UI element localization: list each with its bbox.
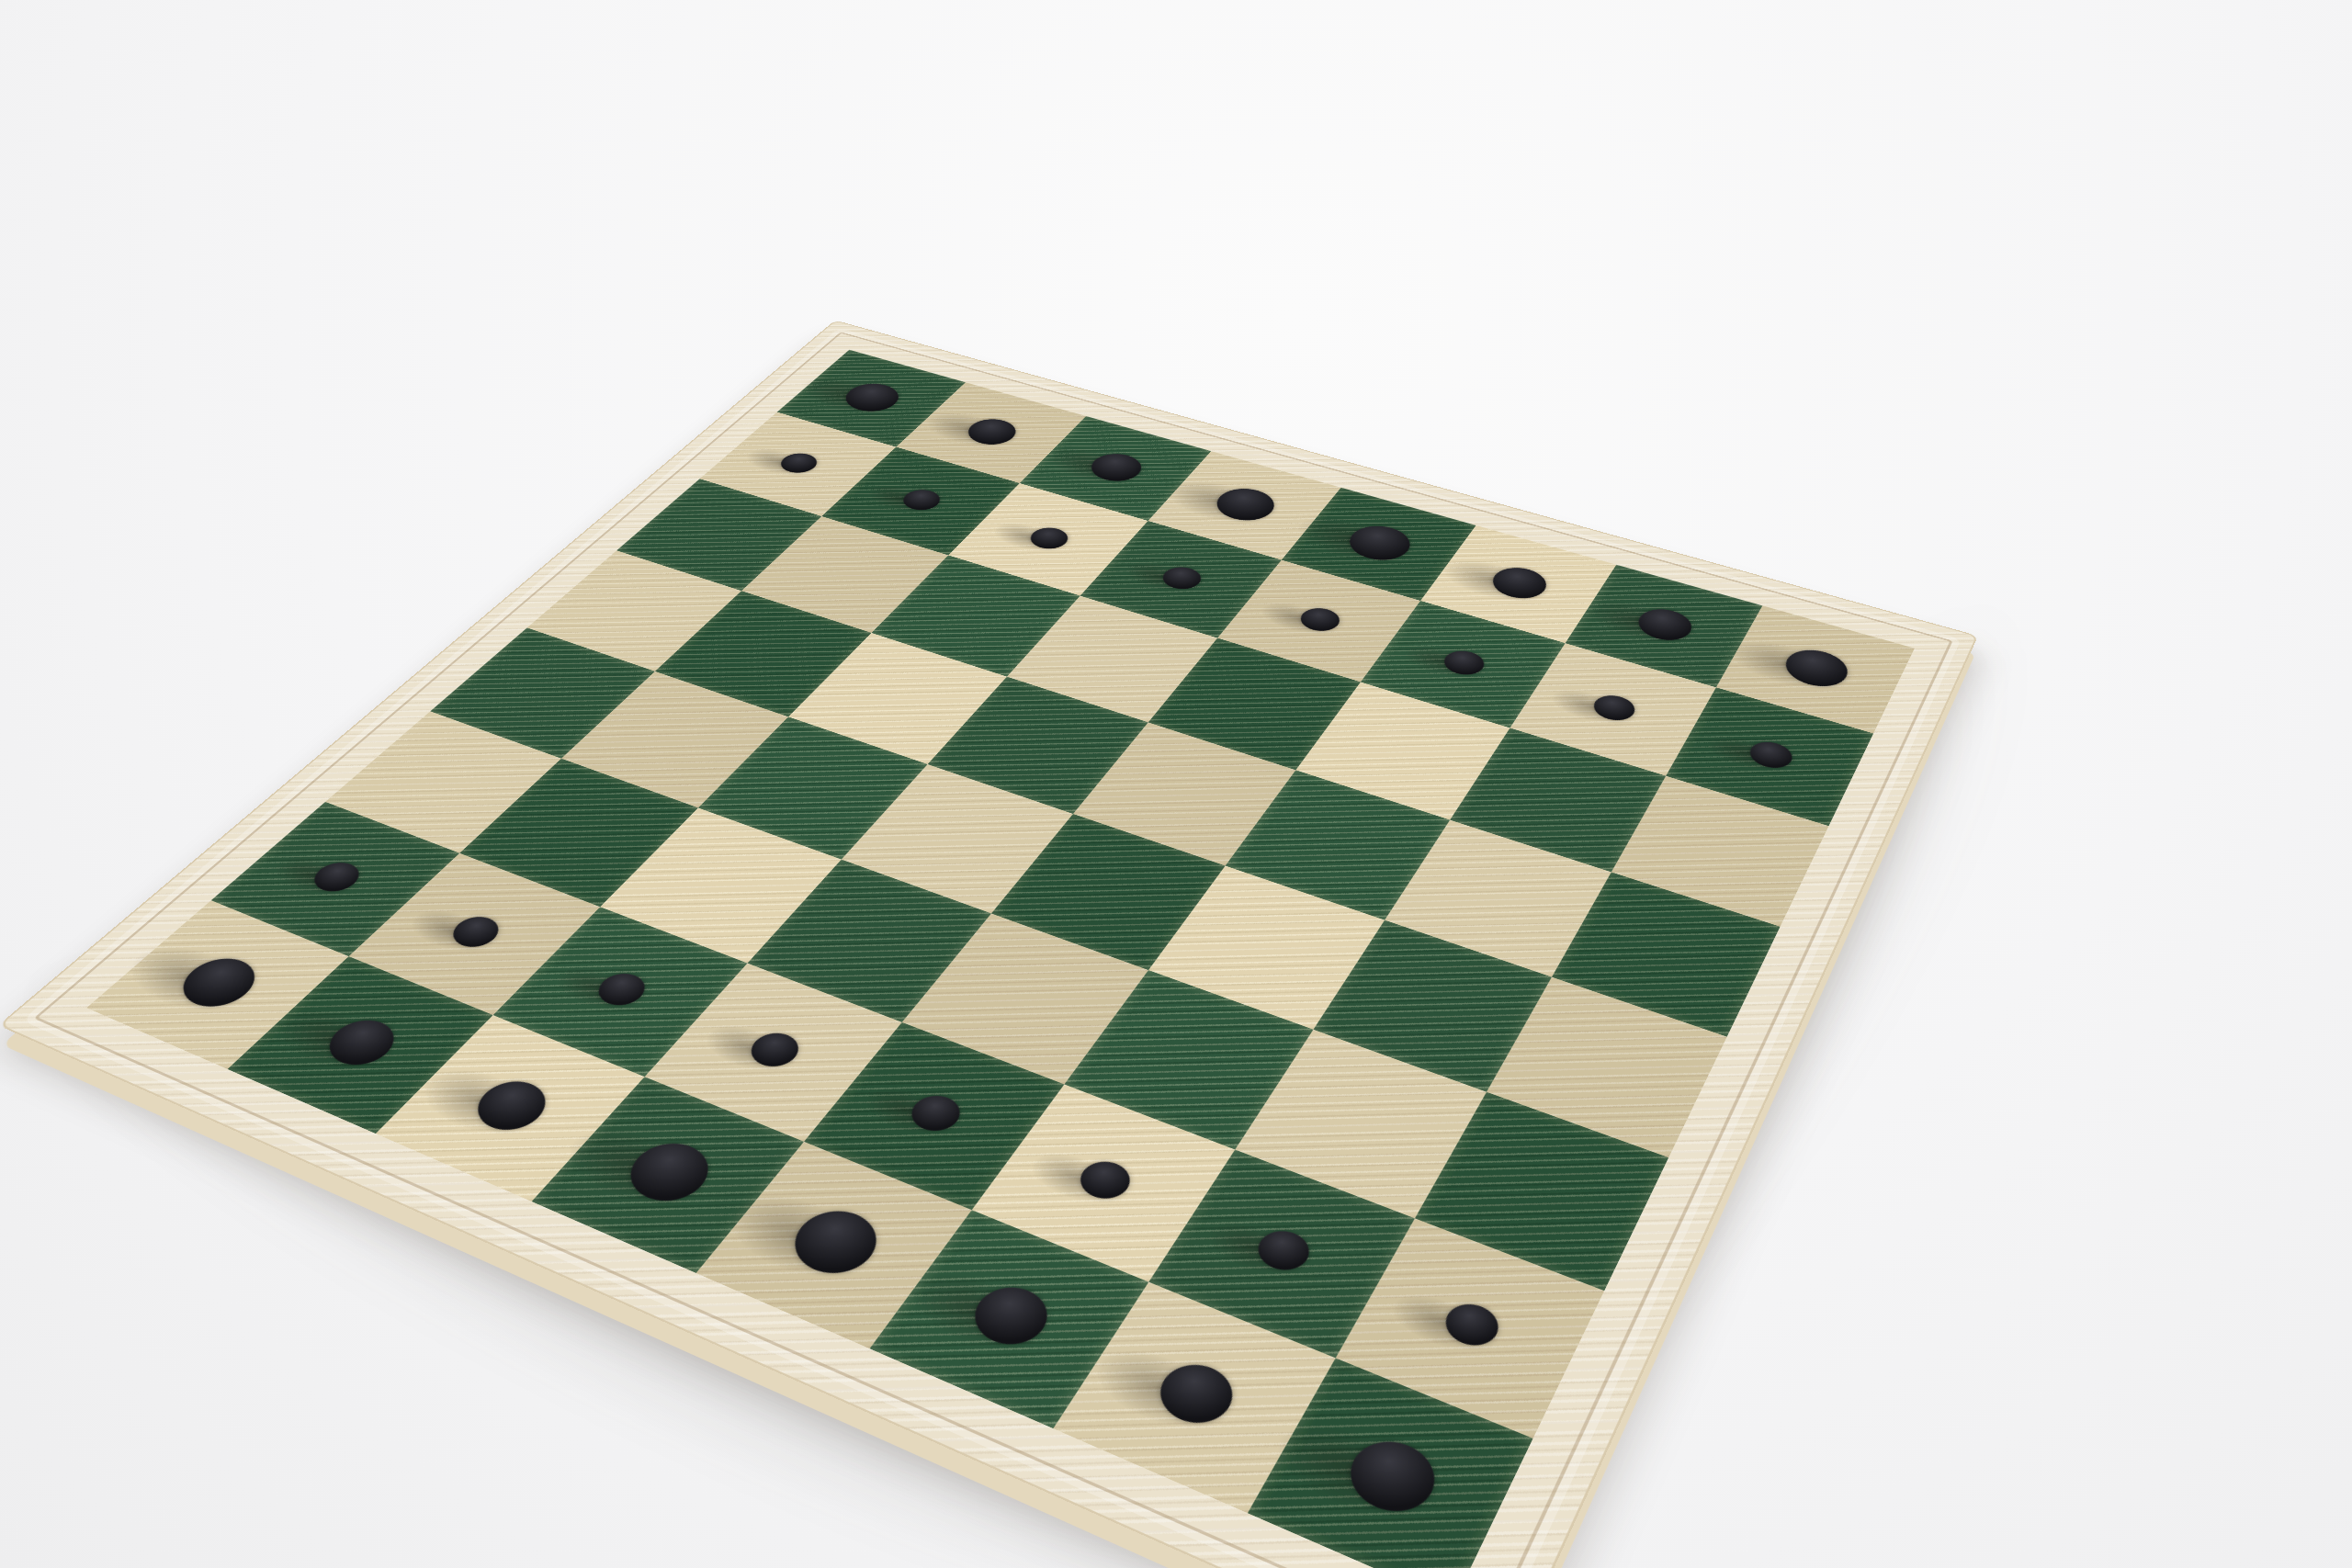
- studio-backdrop: ♜♞♝♛♚♝♞♜♟♟♟♟♟♟♟♟♟♟♟♟♟♟♟♟♜♞♝♛♚♝♞♜: [0, 0, 2352, 1568]
- white-rook-glyph: ♜: [1232, 1156, 1552, 1471]
- chess-board: ♜♞♝♛♚♝♞♜♟♟♟♟♟♟♟♟♟♟♟♟♟♟♟♟♜♞♝♛♚♝♞♜: [1, 321, 1976, 1568]
- scene: ♜♞♝♛♚♝♞♜♟♟♟♟♟♟♟♟♟♟♟♟♟♟♟♟♜♞♝♛♚♝♞♜: [0, 0, 2352, 1568]
